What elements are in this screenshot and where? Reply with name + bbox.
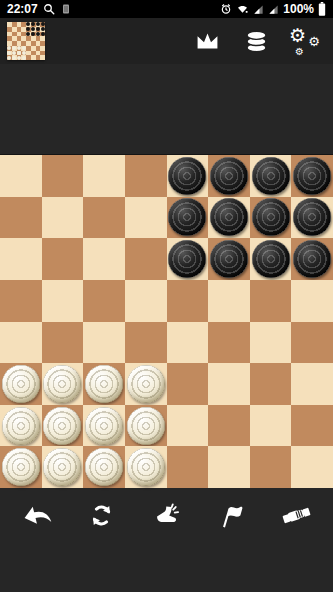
square-d2[interactable] (125, 405, 167, 447)
white-piece (7, 56, 11, 60)
black-piece[interactable] (252, 240, 290, 278)
black-piece (36, 27, 40, 31)
square-a1[interactable] (0, 446, 42, 488)
square-a3[interactable] (0, 363, 42, 405)
square-c2[interactable] (83, 405, 125, 447)
black-piece[interactable] (252, 198, 290, 236)
boot-kick-icon (151, 501, 182, 530)
square-d5[interactable] (125, 280, 167, 322)
square-g2[interactable] (250, 405, 292, 447)
white-piece (22, 46, 26, 50)
square-d7[interactable] (125, 197, 167, 239)
square-e8[interactable] (167, 155, 209, 197)
white-piece (17, 51, 21, 55)
black-piece[interactable] (210, 157, 248, 195)
square-g1[interactable] (250, 446, 292, 488)
black-piece[interactable] (293, 198, 331, 236)
square-d3[interactable] (125, 363, 167, 405)
square-f5[interactable] (208, 280, 250, 322)
white-piece[interactable] (2, 407, 40, 445)
white-piece[interactable] (127, 365, 165, 403)
square-c4[interactable] (83, 322, 125, 364)
square-h8[interactable] (291, 155, 333, 197)
black-piece (31, 27, 35, 31)
app-bar-actions: ⚙ ⚙ ⚙ (191, 25, 320, 57)
square-d8[interactable] (125, 155, 167, 197)
resign-button[interactable] (209, 496, 255, 534)
square-d6[interactable] (125, 238, 167, 280)
square-a7[interactable] (0, 197, 42, 239)
black-piece (31, 32, 35, 36)
square-b4[interactable] (42, 322, 84, 364)
white-piece[interactable] (43, 365, 81, 403)
square-a2[interactable] (0, 405, 42, 447)
coins-button[interactable] (243, 26, 270, 57)
square-h4[interactable] (291, 322, 333, 364)
black-piece (41, 27, 45, 31)
white-piece (7, 51, 11, 55)
status-bar-right: 100% (220, 2, 326, 16)
handshake-icon (281, 501, 312, 530)
wifi-icon (236, 3, 249, 15)
black-piece[interactable] (168, 157, 206, 195)
crown-button[interactable] (191, 27, 224, 55)
white-piece (12, 51, 16, 55)
white-piece[interactable] (127, 407, 165, 445)
checkers-board (0, 155, 333, 488)
square-b6[interactable] (42, 238, 84, 280)
square-e6[interactable] (167, 238, 209, 280)
coin-stack-icon (243, 26, 270, 57)
black-piece[interactable] (210, 198, 248, 236)
white-piece[interactable] (85, 407, 123, 445)
square-h2[interactable] (291, 405, 333, 447)
white-piece[interactable] (43, 407, 81, 445)
square-b5[interactable] (42, 280, 84, 322)
square-f1[interactable] (208, 446, 250, 488)
black-piece[interactable] (210, 240, 248, 278)
kick-button[interactable] (144, 496, 190, 534)
square-f3[interactable] (208, 363, 250, 405)
square-c5[interactable] (83, 280, 125, 322)
white-piece[interactable] (85, 365, 123, 403)
square-a5[interactable] (0, 280, 42, 322)
signal-icon (253, 4, 264, 15)
status-bar: 22:07 100% (0, 0, 333, 18)
square-a8[interactable] (0, 155, 42, 197)
white-piece (7, 46, 11, 50)
battery-percent: 100% (283, 2, 314, 16)
square-g3[interactable] (250, 363, 292, 405)
content-gap (0, 64, 333, 155)
white-piece[interactable] (127, 448, 165, 486)
notification-icon (60, 3, 72, 15)
white-piece[interactable] (43, 448, 81, 486)
square-b3[interactable] (42, 363, 84, 405)
app-bar: ⚙ ⚙ ⚙ (0, 18, 333, 64)
square-f6[interactable] (208, 238, 250, 280)
black-piece (26, 22, 30, 26)
draw-offer-button[interactable] (274, 496, 320, 534)
black-piece[interactable] (252, 157, 290, 195)
swap-sides-button[interactable] (79, 496, 125, 534)
undo-button[interactable] (14, 496, 60, 534)
square-e2[interactable] (167, 405, 209, 447)
white-piece (12, 46, 16, 50)
square-g6[interactable] (250, 238, 292, 280)
black-piece (36, 32, 40, 36)
white-flag-icon (217, 500, 246, 531)
square-d1[interactable] (125, 446, 167, 488)
signal-icon (268, 4, 279, 15)
black-piece[interactable] (293, 240, 331, 278)
square-f8[interactable] (208, 155, 250, 197)
square-e5[interactable] (167, 280, 209, 322)
black-piece (26, 32, 30, 36)
white-piece (22, 56, 26, 60)
square-g8[interactable] (250, 155, 292, 197)
white-piece (12, 56, 16, 60)
crown-icon (191, 27, 224, 55)
square-f7[interactable] (208, 197, 250, 239)
square-h3[interactable] (291, 363, 333, 405)
black-piece (41, 32, 45, 36)
square-b7[interactable] (42, 197, 84, 239)
square-f2[interactable] (208, 405, 250, 447)
bottom-bar (0, 488, 333, 592)
black-piece[interactable] (293, 157, 331, 195)
square-c6[interactable] (83, 238, 125, 280)
black-piece[interactable] (168, 240, 206, 278)
black-piece (26, 27, 30, 31)
search-icon (43, 3, 55, 15)
alarm-icon (220, 3, 232, 15)
square-h1[interactable] (291, 446, 333, 488)
square-h6[interactable] (291, 238, 333, 280)
square-f4[interactable] (208, 322, 250, 364)
square-b1[interactable] (42, 446, 84, 488)
white-piece[interactable] (2, 365, 40, 403)
square-e3[interactable] (167, 363, 209, 405)
square-e7[interactable] (167, 197, 209, 239)
black-piece (31, 22, 35, 26)
square-g5[interactable] (250, 280, 292, 322)
square-a4[interactable] (0, 322, 42, 364)
circular-arrows-icon (88, 500, 115, 531)
square-d4[interactable] (125, 322, 167, 364)
square-c1[interactable] (83, 446, 125, 488)
black-piece[interactable] (168, 198, 206, 236)
square-e1[interactable] (167, 446, 209, 488)
black-piece (41, 22, 45, 26)
white-piece[interactable] (85, 448, 123, 486)
white-piece (17, 46, 21, 50)
square-c3[interactable] (83, 363, 125, 405)
app-icon-mini-board[interactable] (7, 22, 45, 60)
undo-arrow-icon (21, 500, 52, 531)
square-h7[interactable] (291, 197, 333, 239)
square-g4[interactable] (250, 322, 292, 364)
white-piece (17, 56, 21, 60)
square-c7[interactable] (83, 197, 125, 239)
square-a6[interactable] (0, 238, 42, 280)
black-piece (36, 22, 40, 26)
clock-time: 22:07 (7, 2, 38, 16)
settings-button[interactable]: ⚙ ⚙ ⚙ (289, 25, 320, 57)
square-c8[interactable] (83, 155, 125, 197)
square-b8[interactable] (42, 155, 84, 197)
square-b2[interactable] (42, 405, 84, 447)
white-piece[interactable] (2, 448, 40, 486)
square-h1 (40, 55, 45, 60)
square-e4[interactable] (167, 322, 209, 364)
battery-icon (318, 2, 326, 16)
white-piece (22, 51, 26, 55)
square-g7[interactable] (250, 197, 292, 239)
square-h5[interactable] (291, 280, 333, 322)
gears-icon: ⚙ ⚙ ⚙ (289, 25, 320, 57)
